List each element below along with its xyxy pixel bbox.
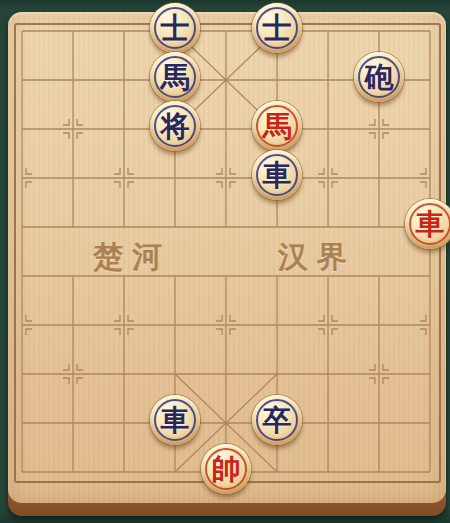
- piece-red-horse[interactable]: 馬: [252, 101, 302, 151]
- piece-glyph-red-chariot: 車: [416, 210, 445, 239]
- piece-glyph-red-general: 帥: [212, 455, 241, 484]
- piece-glyph-black-advisor-right: 士: [263, 14, 292, 43]
- piece-glyph-black-general: 将: [161, 112, 190, 141]
- piece-engraved-ring: [256, 154, 298, 196]
- piece-engraved-ring: [154, 399, 196, 441]
- piece-glyph-black-horse: 馬: [161, 63, 190, 92]
- piece-engraved-ring: [358, 56, 400, 98]
- piece-black-chariot-upper[interactable]: 車: [252, 150, 302, 200]
- piece-glyph-black-chariot-lower: 車: [161, 406, 190, 435]
- xiangqi-app-window: 楚河 汉界 士士馬砲将馬車車車卒帥: [0, 0, 450, 523]
- piece-glyph-black-chariot-upper: 車: [263, 161, 292, 190]
- piece-engraved-ring: [154, 7, 196, 49]
- piece-glyph-red-horse: 馬: [263, 112, 292, 141]
- piece-black-general[interactable]: 将: [150, 101, 200, 151]
- piece-black-advisor-right[interactable]: 士: [252, 3, 302, 53]
- piece-black-soldier[interactable]: 卒: [252, 395, 302, 445]
- piece-black-horse[interactable]: 馬: [150, 52, 200, 102]
- piece-red-chariot[interactable]: 車: [405, 199, 450, 249]
- piece-red-general[interactable]: 帥: [201, 444, 251, 494]
- piece-engraved-ring: [154, 56, 196, 98]
- piece-glyph-black-advisor-left: 士: [161, 14, 190, 43]
- piece-glyph-black-soldier: 卒: [263, 406, 292, 435]
- piece-glyph-black-cannon: 砲: [365, 63, 394, 92]
- piece-engraved-ring: [205, 448, 247, 490]
- piece-engraved-ring: [256, 7, 298, 49]
- piece-black-chariot-lower[interactable]: 車: [150, 395, 200, 445]
- piece-black-cannon[interactable]: 砲: [354, 52, 404, 102]
- piece-engraved-ring: [256, 105, 298, 147]
- piece-black-advisor-left[interactable]: 士: [150, 3, 200, 53]
- piece-engraved-ring: [256, 399, 298, 441]
- piece-engraved-ring: [154, 105, 196, 147]
- piece-engraved-ring: [409, 203, 450, 245]
